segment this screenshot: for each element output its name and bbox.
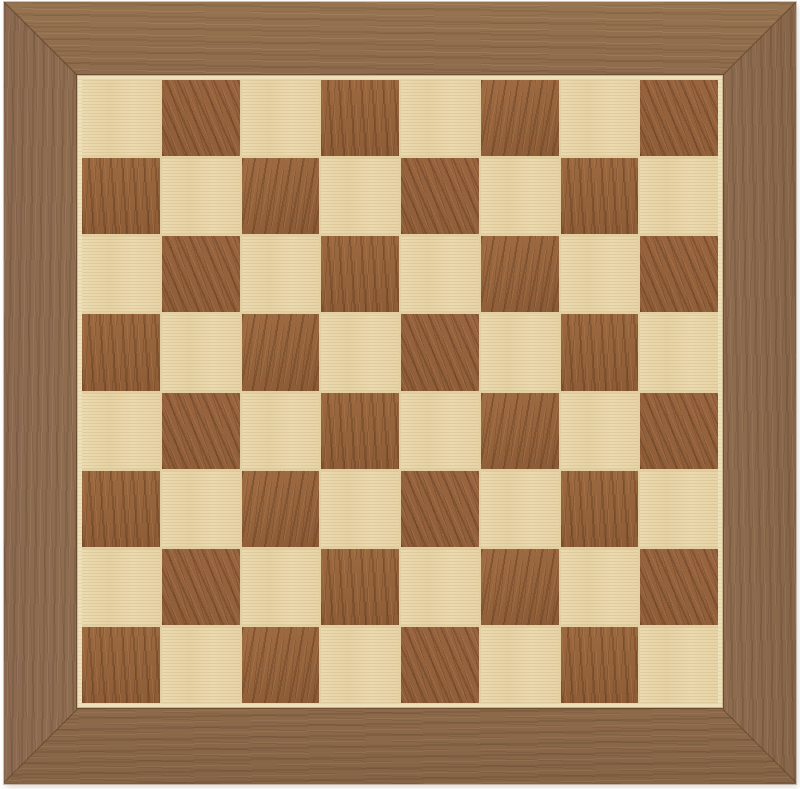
square-f4[interactable] [481, 393, 559, 469]
square-f7[interactable] [481, 158, 559, 234]
square-e3[interactable] [401, 471, 479, 547]
square-g4[interactable] [561, 393, 639, 469]
square-b4[interactable] [162, 393, 240, 469]
square-c1[interactable] [242, 627, 320, 703]
square-d1[interactable] [321, 627, 399, 703]
square-d4[interactable] [321, 393, 399, 469]
square-a7[interactable] [82, 158, 160, 234]
board-frame-left [4, 2, 77, 784]
square-d8[interactable] [321, 80, 399, 156]
square-e2[interactable] [401, 549, 479, 625]
square-c2[interactable] [242, 549, 320, 625]
board-frame-right [723, 2, 796, 784]
photo-background [0, 0, 800, 789]
square-h3[interactable] [640, 471, 718, 547]
square-g6[interactable] [561, 236, 639, 312]
square-e8[interactable] [401, 80, 479, 156]
square-e7[interactable] [401, 158, 479, 234]
square-b8[interactable] [162, 80, 240, 156]
board-frame-bottom [4, 708, 796, 784]
square-c8[interactable] [242, 80, 320, 156]
square-b1[interactable] [162, 627, 240, 703]
maple-inlay-border [77, 75, 723, 708]
square-c6[interactable] [242, 236, 320, 312]
square-g2[interactable] [561, 549, 639, 625]
chess-board [4, 2, 796, 784]
square-h2[interactable] [640, 549, 718, 625]
square-a3[interactable] [82, 471, 160, 547]
square-e4[interactable] [401, 393, 479, 469]
square-d2[interactable] [321, 549, 399, 625]
square-c4[interactable] [242, 393, 320, 469]
square-b3[interactable] [162, 471, 240, 547]
square-a4[interactable] [82, 393, 160, 469]
square-g8[interactable] [561, 80, 639, 156]
square-a8[interactable] [82, 80, 160, 156]
playing-field [82, 80, 718, 703]
square-e6[interactable] [401, 236, 479, 312]
square-a5[interactable] [82, 314, 160, 390]
square-b6[interactable] [162, 236, 240, 312]
square-b7[interactable] [162, 158, 240, 234]
square-b5[interactable] [162, 314, 240, 390]
square-f3[interactable] [481, 471, 559, 547]
square-e1[interactable] [401, 627, 479, 703]
square-f2[interactable] [481, 549, 559, 625]
square-h5[interactable] [640, 314, 718, 390]
square-h4[interactable] [640, 393, 718, 469]
square-d6[interactable] [321, 236, 399, 312]
square-g5[interactable] [561, 314, 639, 390]
square-h7[interactable] [640, 158, 718, 234]
square-b2[interactable] [162, 549, 240, 625]
square-g3[interactable] [561, 471, 639, 547]
square-h6[interactable] [640, 236, 718, 312]
square-a6[interactable] [82, 236, 160, 312]
square-h1[interactable] [640, 627, 718, 703]
square-e5[interactable] [401, 314, 479, 390]
square-g7[interactable] [561, 158, 639, 234]
square-f1[interactable] [481, 627, 559, 703]
square-c7[interactable] [242, 158, 320, 234]
square-f5[interactable] [481, 314, 559, 390]
square-d5[interactable] [321, 314, 399, 390]
square-d3[interactable] [321, 471, 399, 547]
square-a1[interactable] [82, 627, 160, 703]
square-g1[interactable] [561, 627, 639, 703]
square-h8[interactable] [640, 80, 718, 156]
square-f8[interactable] [481, 80, 559, 156]
square-d7[interactable] [321, 158, 399, 234]
board-frame-top [4, 2, 796, 75]
square-a2[interactable] [82, 549, 160, 625]
square-c5[interactable] [242, 314, 320, 390]
square-f6[interactable] [481, 236, 559, 312]
square-c3[interactable] [242, 471, 320, 547]
